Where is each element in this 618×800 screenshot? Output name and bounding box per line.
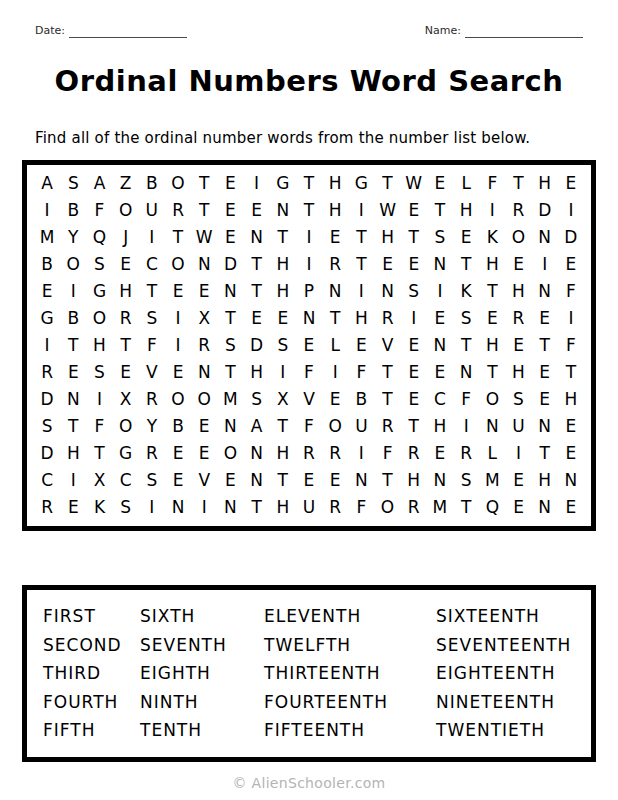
grid-cell-r1c19[interactable]: T [505,170,531,197]
grid-cell-r2c11[interactable]: T [296,197,322,224]
grid-cell-r10c2[interactable]: T [60,413,86,440]
grid-cell-r12c19[interactable]: E [505,467,531,494]
grid-cell-r1c8[interactable]: E [217,170,243,197]
grid-cell-r3c7[interactable]: W [191,224,217,251]
grid-cell-r1c14[interactable]: T [374,170,400,197]
grid-cell-r3c8[interactable]: E [217,224,243,251]
grid-cell-r11c11[interactable]: R [296,440,322,467]
grid-cell-r6c17[interactable]: S [453,305,479,332]
grid-cell-r1c7[interactable]: T [191,170,217,197]
grid-cell-r13c14[interactable]: O [374,494,400,521]
grid-cell-r9c5[interactable]: R [139,386,165,413]
grid-cell-r10c9[interactable]: A [244,413,270,440]
grid-cell-r8c18[interactable]: T [479,359,505,386]
grid-cell-r7c17[interactable]: T [453,332,479,359]
grid-cell-r2c17[interactable]: H [453,197,479,224]
grid-cell-r7c14[interactable]: V [374,332,400,359]
grid-cell-r4c19[interactable]: E [505,251,531,278]
grid-cell-r8c8[interactable]: T [217,359,243,386]
grid-cell-r9c20[interactable]: E [532,386,558,413]
grid-cell-r5c4[interactable]: H [113,278,139,305]
grid-cell-r3c9[interactable]: N [244,224,270,251]
grid-cell-r5c12[interactable]: N [322,278,348,305]
grid-cell-r2c4[interactable]: O [113,197,139,224]
grid-cell-r1c1[interactable]: A [34,170,60,197]
grid-cell-r6c10[interactable]: E [270,305,296,332]
grid-cell-r8c20[interactable]: E [532,359,558,386]
grid-cell-r10c13[interactable]: U [348,413,374,440]
grid-cell-r8c3[interactable]: S [86,359,112,386]
grid-cell-r8c2[interactable]: E [60,359,86,386]
grid-cell-r5c20[interactable]: N [532,278,558,305]
grid-cell-r6c6[interactable]: I [165,305,191,332]
grid-cell-r1c12[interactable]: H [322,170,348,197]
grid-cell-r5c14[interactable]: N [374,278,400,305]
grid-cell-r12c21[interactable]: N [558,467,584,494]
grid-cell-r1c21[interactable]: E [558,170,584,197]
grid-cell-r4c3[interactable]: S [86,251,112,278]
word-item-thirteenth: THIRTEENTH [264,659,436,688]
grid-cell-r6c2[interactable]: B [60,305,86,332]
word-item-seventeenth: SEVENTEENTH [436,631,591,660]
grid-cell-r13c10[interactable]: H [270,494,296,521]
grid-cell-r4c2[interactable]: O [60,251,86,278]
grid-cell-r1c10[interactable]: G [270,170,296,197]
grid-cell-r13c3[interactable]: K [86,494,112,521]
header-row: Date: Name: [22,0,596,38]
grid-cell-r4c10[interactable]: H [270,251,296,278]
grid-cell-r10c12[interactable]: O [322,413,348,440]
grid-cell-r12c15[interactable]: H [401,467,427,494]
grid-cell-r2c19[interactable]: R [505,197,531,224]
grid-cell-r11c4[interactable]: G [113,440,139,467]
grid-cell-r12c9[interactable]: N [244,467,270,494]
grid-cell-r2c15[interactable]: E [401,197,427,224]
word-search-board: ASAZBOTEIGTHGTWELFTHEIBFOURTEENTHIWETHIR… [22,160,596,531]
grid-cell-r13c12[interactable]: R [322,494,348,521]
grid-cell-r7c18[interactable]: H [479,332,505,359]
grid-cell-r11c6[interactable]: E [165,440,191,467]
grid-cell-r9c14[interactable]: T [374,386,400,413]
grid-cell-r12c20[interactable]: H [532,467,558,494]
grid-cell-r7c21[interactable]: F [558,332,584,359]
grid-cell-r9c16[interactable]: C [427,386,453,413]
grid-cell-r11c5[interactable]: R [139,440,165,467]
grid-cell-r3c1[interactable]: M [34,224,60,251]
grid-cell-r7c1[interactable]: I [34,332,60,359]
grid-cell-r4c21[interactable]: E [558,251,584,278]
grid-cell-r4c6[interactable]: O [165,251,191,278]
grid-cell-r1c2[interactable]: S [60,170,86,197]
grid-cell-r9c17[interactable]: F [453,386,479,413]
grid-cell-r7c3[interactable]: H [86,332,112,359]
grid-cell-r7c15[interactable]: E [401,332,427,359]
word-item-second: SECOND [43,631,140,660]
grid-cell-r11c15[interactable]: R [401,440,427,467]
grid-cell-r10c18[interactable]: N [479,413,505,440]
grid-cell-r12c3[interactable]: X [86,467,112,494]
grid-cell-r3c10[interactable]: T [270,224,296,251]
grid-cell-r3c11[interactable]: I [296,224,322,251]
word-list-column-4: SIXTEENTHSEVENTEENTHEIGHTEENTHNINETEENTH… [436,602,591,745]
grid-cell-r1c16[interactable]: E [427,170,453,197]
grid-cell-r8c11[interactable]: F [296,359,322,386]
grid-cell-r6c21[interactable]: I [558,305,584,332]
grid-cell-r4c16[interactable]: N [427,251,453,278]
grid-cell-r7c20[interactable]: T [532,332,558,359]
grid-cell-r3c14[interactable]: H [374,224,400,251]
grid-cell-r1c3[interactable]: A [86,170,112,197]
grid-cell-r7c2[interactable]: T [60,332,86,359]
grid-cell-r7c9[interactable]: D [244,332,270,359]
grid-cell-r5c15[interactable]: S [401,278,427,305]
grid-cell-r3c5[interactable]: I [139,224,165,251]
grid-cell-r7c5[interactable]: F [139,332,165,359]
grid-cell-r13c20[interactable]: N [532,494,558,521]
grid-cell-r7c7[interactable]: R [191,332,217,359]
grid-cell-r5c10[interactable]: H [270,278,296,305]
grid-cell-r6c9[interactable]: E [244,305,270,332]
grid-cell-r11c8[interactable]: O [217,440,243,467]
word-item-third: THIRD [43,659,140,688]
grid-cell-r2c6[interactable]: R [165,197,191,224]
grid-cell-r8c14[interactable]: T [374,359,400,386]
grid-cell-r12c18[interactable]: M [479,467,505,494]
grid-cell-r2c5[interactable]: U [139,197,165,224]
grid-cell-r5c9[interactable]: T [244,278,270,305]
grid-cell-r4c5[interactable]: C [139,251,165,278]
grid-cell-r10c5[interactable]: Y [139,413,165,440]
grid-cell-r6c8[interactable]: T [217,305,243,332]
name-field: Name: [425,24,583,38]
grid-cell-r4c1[interactable]: B [34,251,60,278]
grid-cell-r2c2[interactable]: B [60,197,86,224]
grid-cell-r1c5[interactable]: B [139,170,165,197]
worksheet-page: Date: Name: Ordinal Numbers Word Search … [0,0,618,791]
grid-cell-r12c2[interactable]: I [60,467,86,494]
word-list-column-3: ELEVENTHTWELFTHTHIRTEENTHFOURTEENTHFIFTE… [264,602,436,745]
grid-cell-r5c5[interactable]: T [139,278,165,305]
grid-cell-r1c15[interactable]: W [401,170,427,197]
grid-cell-r5c16[interactable]: I [427,278,453,305]
grid-cell-r9c21[interactable]: H [558,386,584,413]
grid-cell-r11c9[interactable]: N [244,440,270,467]
grid-cell-r10c11[interactable]: F [296,413,322,440]
grid-cell-r6c15[interactable]: I [401,305,427,332]
grid-cell-r12c6[interactable]: E [165,467,191,494]
grid-cell-r13c1[interactable]: R [34,494,60,521]
grid-cell-r4c15[interactable]: E [401,251,427,278]
grid-cell-r7c6[interactable]: I [165,332,191,359]
grid-cell-r7c4[interactable]: T [113,332,139,359]
grid-cell-r6c3[interactable]: O [86,305,112,332]
grid-cell-r13c21[interactable]: E [558,494,584,521]
grid-cell-r1c6[interactable]: O [165,170,191,197]
grid-cell-r2c7[interactable]: T [191,197,217,224]
grid-cell-r3c19[interactable]: O [505,224,531,251]
grid-cell-r5c8[interactable]: N [217,278,243,305]
footer-credit: © AlienSchooler.com [22,775,596,791]
grid-cell-r11c7[interactable]: E [191,440,217,467]
grid-cell-r9c15[interactable]: E [401,386,427,413]
grid-cell-r3c17[interactable]: E [453,224,479,251]
grid-cell-r9c18[interactable]: O [479,386,505,413]
grid-cell-r12c14[interactable]: T [374,467,400,494]
grid-cell-r13c19[interactable]: E [505,494,531,521]
grid-cell-r8c9[interactable]: H [244,359,270,386]
grid-cell-r9c19[interactable]: S [505,386,531,413]
grid-cell-r3c2[interactable]: Y [60,224,86,251]
grid-cell-r10c14[interactable]: R [374,413,400,440]
grid-cell-r9c2[interactable]: N [60,386,86,413]
grid-cell-r13c8[interactable]: N [217,494,243,521]
grid-cell-r5c2[interactable]: I [60,278,86,305]
grid-cell-r5c6[interactable]: E [165,278,191,305]
grid-cell-r9c11[interactable]: V [296,386,322,413]
grid-cell-r1c9[interactable]: I [244,170,270,197]
grid-cell-r8c6[interactable]: E [165,359,191,386]
word-item-sixteenth: SIXTEENTH [436,602,591,631]
grid-cell-r13c17[interactable]: T [453,494,479,521]
grid-cell-r9c10[interactable]: X [270,386,296,413]
grid-cell-r2c3[interactable]: F [86,197,112,224]
grid-cell-r4c8[interactable]: D [217,251,243,278]
grid-cell-r10c16[interactable]: H [427,413,453,440]
grid-cell-r13c13[interactable]: F [348,494,374,521]
grid-cell-r12c16[interactable]: N [427,467,453,494]
grid-cell-r3c4[interactable]: J [113,224,139,251]
grid-cell-r6c13[interactable]: H [348,305,374,332]
grid-cell-r2c9[interactable]: E [244,197,270,224]
grid-cell-r8c4[interactable]: E [113,359,139,386]
grid-cell-r8c17[interactable]: N [453,359,479,386]
grid-cell-r11c20[interactable]: T [532,440,558,467]
grid-cell-r10c3[interactable]: F [86,413,112,440]
grid-cell-r6c7[interactable]: X [191,305,217,332]
grid-cell-r5c21[interactable]: F [558,278,584,305]
grid-cell-r7c10[interactable]: S [270,332,296,359]
grid-cell-r1c20[interactable]: H [532,170,558,197]
grid-cell-r6c16[interactable]: E [427,305,453,332]
grid-cell-r12c12[interactable]: E [322,467,348,494]
grid-cell-r11c1[interactable]: D [34,440,60,467]
grid-cell-r10c7[interactable]: E [191,413,217,440]
grid-cell-r13c7[interactable]: I [191,494,217,521]
grid-cell-r3c18[interactable]: K [479,224,505,251]
grid-cell-r9c1[interactable]: D [34,386,60,413]
word-item-eighth: EIGHTH [140,659,264,688]
grid-cell-r10c17[interactable]: I [453,413,479,440]
grid-cell-r11c17[interactable]: R [453,440,479,467]
word-item-tenth: TENTH [140,716,264,745]
grid-cell-r11c19[interactable]: I [505,440,531,467]
grid-cell-r12c4[interactable]: C [113,467,139,494]
page-title: Ordinal Numbers Word Search [22,64,596,98]
grid-cell-r8c16[interactable]: E [427,359,453,386]
grid-cell-r4c14[interactable]: E [374,251,400,278]
grid-cell-r2c14[interactable]: W [374,197,400,224]
word-item-fifteenth: FIFTEENTH [264,716,436,745]
grid-cell-r13c9[interactable]: T [244,494,270,521]
grid-cell-r12c11[interactable]: E [296,467,322,494]
grid-cell-r11c13[interactable]: I [348,440,374,467]
grid-cell-r2c12[interactable]: H [322,197,348,224]
grid-cell-r8c12[interactable]: I [322,359,348,386]
grid-cell-r10c10[interactable]: T [270,413,296,440]
grid-cell-r3c16[interactable]: S [427,224,453,251]
word-item-twelfth: TWELFTH [264,631,436,660]
grid-cell-r9c3[interactable]: I [86,386,112,413]
grid-cell-r4c11[interactable]: I [296,251,322,278]
grid-cell-r5c3[interactable]: G [86,278,112,305]
grid-cell-r5c17[interactable]: K [453,278,479,305]
word-search-grid: ASAZBOTEIGTHGTWELFTHEIBFOURTEENTHIWETHIR… [34,170,584,521]
grid-cell-r10c15[interactable]: T [401,413,427,440]
grid-cell-r5c1[interactable]: E [34,278,60,305]
word-list-column-1: FIRSTSECONDTHIRDFOURTHFIFTH [43,602,140,745]
grid-cell-r12c10[interactable]: T [270,467,296,494]
grid-cell-r13c11[interactable]: U [296,494,322,521]
grid-cell-r13c2[interactable]: E [60,494,86,521]
grid-cell-r4c7[interactable]: N [191,251,217,278]
word-list-column-2: SIXTHSEVENTHEIGHTHNINTHTENTH [140,602,264,745]
grid-cell-r10c6[interactable]: B [165,413,191,440]
grid-cell-r7c16[interactable]: N [427,332,453,359]
grid-cell-r3c15[interactable]: T [401,224,427,251]
grid-cell-r4c18[interactable]: H [479,251,505,278]
grid-cell-r10c21[interactable]: E [558,413,584,440]
grid-cell-r1c13[interactable]: G [348,170,374,197]
grid-cell-r3c3[interactable]: Q [86,224,112,251]
grid-cell-r10c1[interactable]: S [34,413,60,440]
word-item-eleventh: ELEVENTH [264,602,436,631]
grid-cell-r11c16[interactable]: E [427,440,453,467]
grid-cell-r3c12[interactable]: E [322,224,348,251]
grid-cell-r5c19[interactable]: H [505,278,531,305]
grid-cell-r3c13[interactable]: T [348,224,374,251]
grid-cell-r2c13[interactable]: I [348,197,374,224]
grid-cell-r11c21[interactable]: E [558,440,584,467]
grid-cell-r13c6[interactable]: N [165,494,191,521]
grid-cell-r8c7[interactable]: N [191,359,217,386]
grid-cell-r12c13[interactable]: N [348,467,374,494]
grid-cell-r5c7[interactable]: E [191,278,217,305]
grid-cell-r4c12[interactable]: R [322,251,348,278]
grid-cell-r11c18[interactable]: L [479,440,505,467]
grid-cell-r13c16[interactable]: M [427,494,453,521]
word-item-sixth: SIXTH [140,602,264,631]
grid-cell-r7c11[interactable]: E [296,332,322,359]
grid-cell-r3c6[interactable]: T [165,224,191,251]
grid-cell-r13c15[interactable]: R [401,494,427,521]
grid-cell-r10c4[interactable]: O [113,413,139,440]
grid-cell-r6c19[interactable]: R [505,305,531,332]
grid-cell-r12c1[interactable]: C [34,467,60,494]
grid-cell-r2c16[interactable]: T [427,197,453,224]
grid-cell-r4c20[interactable]: I [532,251,558,278]
grid-cell-r2c1[interactable]: I [34,197,60,224]
date-label: Date: [35,24,65,38]
date-field: Date: [35,24,187,38]
grid-cell-r2c8[interactable]: E [217,197,243,224]
grid-cell-r5c11[interactable]: P [296,278,322,305]
grid-cell-r11c12[interactable]: R [322,440,348,467]
grid-cell-r10c19[interactable]: U [505,413,531,440]
grid-cell-r2c18[interactable]: I [479,197,505,224]
grid-cell-r1c17[interactable]: L [453,170,479,197]
grid-cell-r6c20[interactable]: E [532,305,558,332]
grid-cell-r11c2[interactable]: H [60,440,86,467]
grid-cell-r10c20[interactable]: N [532,413,558,440]
name-input-line[interactable] [465,25,583,38]
grid-cell-r8c13[interactable]: F [348,359,374,386]
grid-cell-r9c13[interactable]: B [348,386,374,413]
grid-cell-r8c21[interactable]: T [558,359,584,386]
grid-cell-r3c21[interactable]: D [558,224,584,251]
grid-cell-r4c4[interactable]: E [113,251,139,278]
grid-cell-r7c8[interactable]: S [217,332,243,359]
grid-cell-r6c11[interactable]: N [296,305,322,332]
grid-cell-r12c7[interactable]: V [191,467,217,494]
grid-cell-r5c13[interactable]: I [348,278,374,305]
grid-cell-r11c10[interactable]: H [270,440,296,467]
grid-cell-r9c6[interactable]: O [165,386,191,413]
grid-cell-r6c5[interactable]: S [139,305,165,332]
grid-cell-r5c18[interactable]: T [479,278,505,305]
grid-cell-r6c14[interactable]: R [374,305,400,332]
grid-cell-r6c4[interactable]: R [113,305,139,332]
grid-cell-r4c17[interactable]: T [453,251,479,278]
grid-cell-r13c5[interactable]: I [139,494,165,521]
grid-cell-r6c12[interactable]: T [322,305,348,332]
grid-cell-r12c5[interactable]: S [139,467,165,494]
grid-cell-r2c21[interactable]: I [558,197,584,224]
grid-cell-r1c18[interactable]: F [479,170,505,197]
grid-cell-r11c14[interactable]: F [374,440,400,467]
grid-cell-r9c9[interactable]: S [244,386,270,413]
grid-cell-r9c8[interactable]: M [217,386,243,413]
grid-cell-r12c17[interactable]: S [453,467,479,494]
grid-cell-r11c3[interactable]: T [86,440,112,467]
grid-cell-r3c20[interactable]: N [532,224,558,251]
grid-cell-r8c5[interactable]: V [139,359,165,386]
grid-cell-r6c1[interactable]: G [34,305,60,332]
grid-cell-r2c20[interactable]: D [532,197,558,224]
grid-cell-r9c4[interactable]: X [113,386,139,413]
grid-cell-r8c1[interactable]: R [34,359,60,386]
grid-cell-r1c4[interactable]: Z [113,170,139,197]
date-input-line[interactable] [69,25,187,38]
grid-cell-r10c8[interactable]: N [217,413,243,440]
grid-cell-r7c13[interactable]: E [348,332,374,359]
grid-cell-r8c15[interactable]: E [401,359,427,386]
grid-cell-r7c19[interactable]: E [505,332,531,359]
grid-cell-r4c13[interactable]: T [348,251,374,278]
grid-cell-r8c10[interactable]: I [270,359,296,386]
grid-cell-r13c4[interactable]: S [113,494,139,521]
grid-cell-r6c18[interactable]: E [479,305,505,332]
grid-cell-r9c7[interactable]: O [191,386,217,413]
grid-cell-r2c10[interactable]: N [270,197,296,224]
grid-cell-r4c9[interactable]: T [244,251,270,278]
word-item-seventh: SEVENTH [140,631,264,660]
grid-cell-r9c12[interactable]: E [322,386,348,413]
grid-cell-r12c8[interactable]: E [217,467,243,494]
grid-cell-r13c18[interactable]: Q [479,494,505,521]
grid-cell-r8c19[interactable]: H [505,359,531,386]
grid-cell-r7c12[interactable]: L [322,332,348,359]
grid-cell-r1c11[interactable]: T [296,170,322,197]
